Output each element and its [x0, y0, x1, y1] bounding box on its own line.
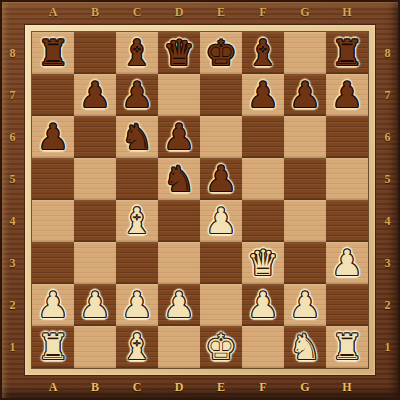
black-pawn[interactable]: ♟	[284, 74, 326, 116]
square-d7[interactable]	[158, 74, 200, 116]
square-b4[interactable]	[74, 200, 116, 242]
square-c7[interactable]: ♟	[116, 74, 158, 116]
white-pawn[interactable]: ♟	[116, 284, 158, 326]
rank-label-2: 2	[10, 298, 16, 313]
file-label-e: E	[217, 380, 225, 395]
white-rook[interactable]: ♜	[32, 326, 74, 368]
file-labels-bottom: ABCDEFGH	[32, 375, 368, 400]
square-h6[interactable]	[326, 116, 368, 158]
square-g2[interactable]: ♟	[284, 284, 326, 326]
file-label-c: C	[133, 5, 142, 20]
square-f2[interactable]: ♟	[242, 284, 284, 326]
rank-label-6: 6	[385, 130, 391, 145]
square-d3[interactable]	[158, 242, 200, 284]
file-label-g: G	[300, 380, 309, 395]
square-a4[interactable]	[32, 200, 74, 242]
rank-label-8: 8	[385, 46, 391, 61]
rank-label-1: 1	[385, 340, 391, 355]
square-e7[interactable]	[200, 74, 242, 116]
file-label-d: D	[175, 5, 184, 20]
square-f5[interactable]	[242, 158, 284, 200]
black-pawn[interactable]: ♟	[158, 116, 200, 158]
square-c1[interactable]: ♝	[116, 326, 158, 368]
square-d5[interactable]: ♞	[158, 158, 200, 200]
square-h7[interactable]: ♟	[326, 74, 368, 116]
square-f7[interactable]: ♟	[242, 74, 284, 116]
square-f6[interactable]	[242, 116, 284, 158]
black-pawn[interactable]: ♟	[32, 116, 74, 158]
rank-label-4: 4	[10, 214, 16, 229]
file-label-d: D	[175, 380, 184, 395]
square-c5[interactable]	[116, 158, 158, 200]
square-c4[interactable]: ♝	[116, 200, 158, 242]
square-g8[interactable]	[284, 32, 326, 74]
square-e1[interactable]: ♚	[200, 326, 242, 368]
white-pawn[interactable]: ♟	[74, 284, 116, 326]
square-g1[interactable]: ♞	[284, 326, 326, 368]
file-label-f: F	[259, 5, 266, 20]
square-a3[interactable]	[32, 242, 74, 284]
square-b3[interactable]	[74, 242, 116, 284]
rank-label-1: 1	[10, 340, 16, 355]
white-queen[interactable]: ♛	[242, 242, 284, 284]
file-label-b: B	[91, 5, 99, 20]
rank-label-2: 2	[385, 298, 391, 313]
square-b8[interactable]	[74, 32, 116, 74]
black-bishop[interactable]: ♝	[116, 32, 158, 74]
square-b5[interactable]	[74, 158, 116, 200]
square-b2[interactable]: ♟	[74, 284, 116, 326]
square-e4[interactable]: ♟	[200, 200, 242, 242]
white-bishop[interactable]: ♝	[116, 200, 158, 242]
white-pawn[interactable]: ♟	[200, 200, 242, 242]
square-d4[interactable]	[158, 200, 200, 242]
square-d8[interactable]: ♛	[158, 32, 200, 74]
square-a1[interactable]: ♜	[32, 326, 74, 368]
rank-label-3: 3	[385, 256, 391, 271]
rank-labels-right: 87654321	[375, 32, 400, 368]
white-pawn[interactable]: ♟	[158, 284, 200, 326]
square-h5[interactable]	[326, 158, 368, 200]
black-knight[interactable]: ♞	[158, 158, 200, 200]
square-c3[interactable]	[116, 242, 158, 284]
file-label-f: F	[259, 380, 266, 395]
file-label-e: E	[217, 5, 225, 20]
white-rook[interactable]: ♜	[326, 326, 368, 368]
white-pawn[interactable]: ♟	[242, 284, 284, 326]
rank-label-3: 3	[10, 256, 16, 271]
file-label-g: G	[300, 5, 309, 20]
black-pawn[interactable]: ♟	[74, 74, 116, 116]
square-f3[interactable]: ♛	[242, 242, 284, 284]
square-e6[interactable]	[200, 116, 242, 158]
square-f8[interactable]: ♝	[242, 32, 284, 74]
rank-label-8: 8	[10, 46, 16, 61]
square-c2[interactable]: ♟	[116, 284, 158, 326]
square-g5[interactable]	[284, 158, 326, 200]
black-queen[interactable]: ♛	[158, 32, 200, 74]
square-g7[interactable]: ♟	[284, 74, 326, 116]
square-h1[interactable]: ♜	[326, 326, 368, 368]
square-e8[interactable]: ♚	[200, 32, 242, 74]
black-pawn[interactable]: ♟	[326, 74, 368, 116]
rank-label-5: 5	[10, 172, 16, 187]
rank-labels-left: 87654321	[0, 32, 25, 368]
black-pawn[interactable]: ♟	[200, 158, 242, 200]
white-pawn[interactable]: ♟	[284, 284, 326, 326]
black-rook[interactable]: ♜	[326, 32, 368, 74]
black-pawn[interactable]: ♟	[242, 74, 284, 116]
square-a2[interactable]: ♟	[32, 284, 74, 326]
file-label-b: B	[91, 380, 99, 395]
file-labels-top: ABCDEFGH	[32, 0, 368, 25]
rank-label-6: 6	[10, 130, 16, 145]
square-b6[interactable]	[74, 116, 116, 158]
black-rook[interactable]: ♜	[32, 32, 74, 74]
white-knight[interactable]: ♞	[284, 326, 326, 368]
square-g6[interactable]	[284, 116, 326, 158]
square-g4[interactable]	[284, 200, 326, 242]
file-label-a: A	[49, 380, 58, 395]
square-c8[interactable]: ♝	[116, 32, 158, 74]
black-king[interactable]: ♚	[200, 32, 242, 74]
square-d1[interactable]	[158, 326, 200, 368]
white-king[interactable]: ♚	[200, 326, 242, 368]
white-pawn[interactable]: ♟	[326, 242, 368, 284]
square-f4[interactable]	[242, 200, 284, 242]
file-label-h: H	[342, 380, 351, 395]
square-c6[interactable]: ♞	[116, 116, 158, 158]
board-frame: ABCDEFGH ABCDEFGH 87654321 87654321 ♜♝♛♚…	[0, 0, 400, 400]
square-h3[interactable]: ♟	[326, 242, 368, 284]
square-e2[interactable]	[200, 284, 242, 326]
square-h8[interactable]: ♜	[326, 32, 368, 74]
square-e3[interactable]	[200, 242, 242, 284]
square-a7[interactable]	[32, 74, 74, 116]
rank-label-7: 7	[385, 88, 391, 103]
white-bishop[interactable]: ♝	[116, 326, 158, 368]
chess-board: ♜♝♛♚♝♜♟♟♟♟♟♟♞♟♞♟♝♟♛♟♟♟♟♟♟♟♜♝♚♞♜	[32, 32, 368, 368]
rank-label-7: 7	[10, 88, 16, 103]
square-g3[interactable]	[284, 242, 326, 284]
square-a5[interactable]	[32, 158, 74, 200]
file-label-h: H	[342, 5, 351, 20]
rank-label-4: 4	[385, 214, 391, 229]
square-b7[interactable]: ♟	[74, 74, 116, 116]
square-d6[interactable]: ♟	[158, 116, 200, 158]
square-h2[interactable]	[326, 284, 368, 326]
square-a6[interactable]: ♟	[32, 116, 74, 158]
rank-label-5: 5	[385, 172, 391, 187]
square-d2[interactable]: ♟	[158, 284, 200, 326]
square-h4[interactable]	[326, 200, 368, 242]
square-f1[interactable]	[242, 326, 284, 368]
white-pawn[interactable]: ♟	[32, 284, 74, 326]
black-bishop[interactable]: ♝	[242, 32, 284, 74]
square-b1[interactable]	[74, 326, 116, 368]
black-knight[interactable]: ♞	[116, 116, 158, 158]
file-label-a: A	[49, 5, 58, 20]
black-pawn[interactable]: ♟	[116, 74, 158, 116]
square-e5[interactable]: ♟	[200, 158, 242, 200]
file-label-c: C	[133, 380, 142, 395]
square-a8[interactable]: ♜	[32, 32, 74, 74]
